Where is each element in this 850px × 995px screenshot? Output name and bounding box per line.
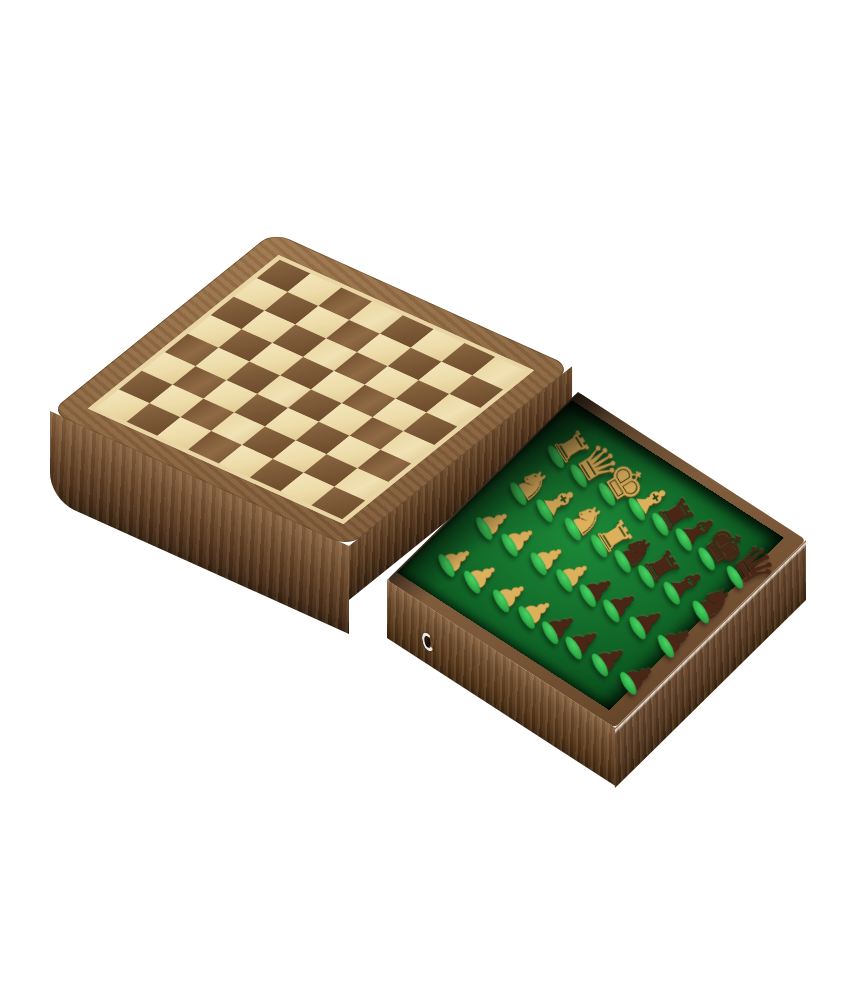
product-photo-canvas: ♜♛♚♝♜♝♚♛♞♝♞♜♞♜♝♞♟♟♟♟♟♟♟♟♟♟♟♟♟♟♟♟ [0,0,850,995]
